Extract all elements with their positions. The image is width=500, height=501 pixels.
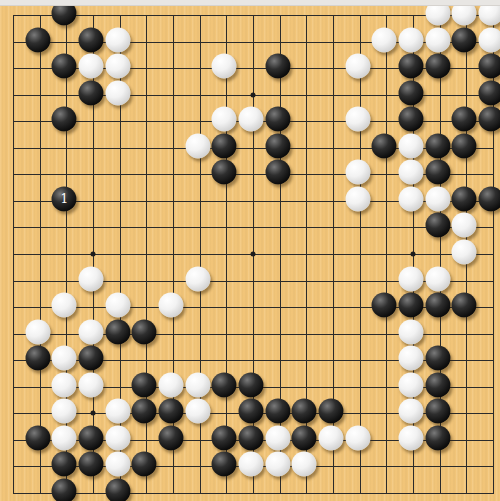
- white-stone: [399, 160, 424, 185]
- grid-line-vertical: [360, 15, 361, 494]
- black-stone: [425, 213, 450, 238]
- black-stone: [292, 425, 317, 450]
- white-stone: [425, 266, 450, 291]
- white-stone: [52, 399, 77, 424]
- black-stone: [452, 133, 477, 158]
- black-stone: [425, 133, 450, 158]
- white-stone: [79, 54, 104, 79]
- go-board[interactable]: 1: [0, 0, 500, 501]
- black-stone: [132, 372, 157, 397]
- black-stone: [79, 452, 104, 477]
- star-point: [251, 92, 256, 97]
- black-stone: [292, 399, 317, 424]
- white-stone: [345, 425, 370, 450]
- screenshot-root: 1: [0, 0, 500, 501]
- black-stone: [79, 27, 104, 52]
- white-stone: [345, 107, 370, 132]
- star-point: [251, 251, 256, 256]
- black-stone: [319, 399, 344, 424]
- white-stone: [452, 213, 477, 238]
- grid-line-vertical: [386, 15, 387, 494]
- black-stone: [25, 425, 50, 450]
- black-stone: [452, 186, 477, 211]
- white-stone: [399, 27, 424, 52]
- white-stone: [265, 425, 290, 450]
- black-stone: [372, 293, 397, 318]
- white-stone: [79, 372, 104, 397]
- white-stone: [479, 27, 500, 52]
- white-stone: [105, 399, 130, 424]
- white-stone: [105, 27, 130, 52]
- white-stone: [52, 425, 77, 450]
- white-stone: [105, 293, 130, 318]
- white-stone: [399, 186, 424, 211]
- white-stone: [399, 425, 424, 450]
- white-stone: [345, 54, 370, 79]
- black-stone: [52, 54, 77, 79]
- black-stone: [425, 372, 450, 397]
- black-stone: [425, 54, 450, 79]
- black-stone: [52, 478, 77, 501]
- white-stone: [159, 372, 184, 397]
- white-stone: [52, 372, 77, 397]
- white-stone: [345, 186, 370, 211]
- white-stone: [399, 399, 424, 424]
- black-stone: [159, 425, 184, 450]
- white-stone: [52, 293, 77, 318]
- black-stone: [399, 54, 424, 79]
- star-point: [91, 411, 96, 416]
- white-stone: [185, 399, 210, 424]
- white-stone: [105, 80, 130, 105]
- white-stone: [185, 133, 210, 158]
- black-stone: [132, 452, 157, 477]
- black-stone: [212, 425, 237, 450]
- black-stone: [25, 27, 50, 52]
- white-stone: [265, 452, 290, 477]
- black-stone: [239, 425, 264, 450]
- white-stone: [345, 160, 370, 185]
- white-stone: [292, 452, 317, 477]
- black-stone: [479, 186, 500, 211]
- black-stone: [265, 107, 290, 132]
- white-stone: [212, 54, 237, 79]
- white-stone: [239, 452, 264, 477]
- black-stone: [25, 346, 50, 371]
- black-stone: [52, 452, 77, 477]
- black-stone: [265, 399, 290, 424]
- white-stone: [105, 54, 130, 79]
- white-stone: [239, 107, 264, 132]
- grid-line-horizontal: [13, 493, 494, 494]
- black-stone: [425, 425, 450, 450]
- window-edge-strip: [0, 0, 500, 6]
- white-stone: [159, 293, 184, 318]
- white-stone: [399, 133, 424, 158]
- white-stone: [105, 425, 130, 450]
- white-stone: [185, 266, 210, 291]
- black-stone: [52, 107, 77, 132]
- black-stone: [265, 160, 290, 185]
- black-stone: [425, 160, 450, 185]
- star-point: [91, 251, 96, 256]
- white-stone: [105, 452, 130, 477]
- black-stone: [479, 107, 500, 132]
- move-number-label: 1: [61, 193, 69, 205]
- black-stone: [265, 133, 290, 158]
- black-stone: [399, 80, 424, 105]
- black-stone: [132, 319, 157, 344]
- black-stone: [159, 399, 184, 424]
- white-stone: [425, 27, 450, 52]
- black-stone: [399, 293, 424, 318]
- black-stone: [399, 107, 424, 132]
- white-stone: [52, 346, 77, 371]
- black-stone: [132, 399, 157, 424]
- black-stone: [425, 293, 450, 318]
- black-stone: 1: [52, 186, 77, 211]
- white-stone: [79, 319, 104, 344]
- white-stone: [452, 239, 477, 264]
- black-stone: [425, 399, 450, 424]
- black-stone: [79, 80, 104, 105]
- black-stone: [452, 293, 477, 318]
- black-stone: [452, 107, 477, 132]
- black-stone: [79, 425, 104, 450]
- black-stone: [212, 372, 237, 397]
- white-stone: [79, 266, 104, 291]
- black-stone: [105, 319, 130, 344]
- white-stone: [399, 319, 424, 344]
- black-stone: [212, 133, 237, 158]
- black-stone: [239, 399, 264, 424]
- black-stone: [212, 160, 237, 185]
- black-stone: [479, 80, 500, 105]
- black-stone: [239, 372, 264, 397]
- black-stone: [452, 27, 477, 52]
- white-stone: [399, 346, 424, 371]
- black-stone: [212, 452, 237, 477]
- white-stone: [399, 372, 424, 397]
- black-stone: [479, 54, 500, 79]
- white-stone: [319, 425, 344, 450]
- black-stone: [425, 346, 450, 371]
- white-stone: [372, 27, 397, 52]
- white-stone: [212, 107, 237, 132]
- star-point: [411, 251, 416, 256]
- black-stone: [79, 346, 104, 371]
- white-stone: [185, 372, 210, 397]
- white-stone: [399, 266, 424, 291]
- white-stone: [25, 319, 50, 344]
- white-stone: [425, 186, 450, 211]
- black-stone: [372, 133, 397, 158]
- black-stone: [265, 54, 290, 79]
- black-stone: [105, 478, 130, 501]
